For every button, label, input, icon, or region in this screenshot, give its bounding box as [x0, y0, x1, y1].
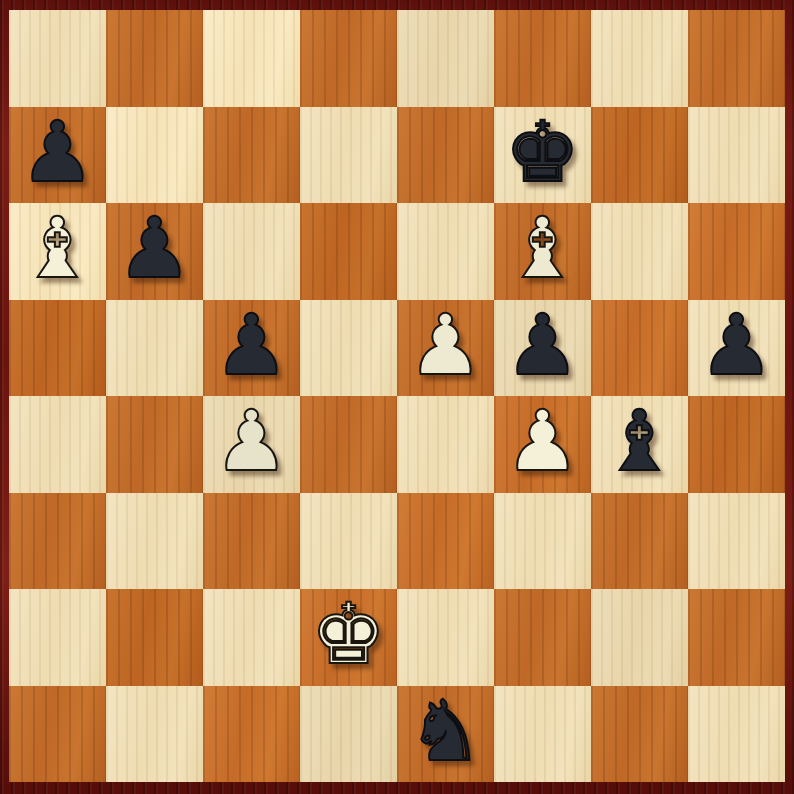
- square-e7[interactable]: [397, 107, 494, 204]
- square-d6[interactable]: [300, 203, 397, 300]
- square-b4[interactable]: [106, 396, 203, 493]
- square-g4[interactable]: ♝: [591, 396, 688, 493]
- square-c4[interactable]: ♟: [203, 396, 300, 493]
- board-frame: ♟♚♝♟♝♟♟♟♟♟♟♝♚♞: [0, 0, 794, 794]
- square-a5[interactable]: [9, 300, 106, 397]
- square-f1[interactable]: [494, 686, 591, 783]
- square-a4[interactable]: [9, 396, 106, 493]
- square-h1[interactable]: [688, 686, 785, 783]
- square-e4[interactable]: [397, 396, 494, 493]
- square-f2[interactable]: [494, 589, 591, 686]
- square-d4[interactable]: [300, 396, 397, 493]
- black-pawn[interactable]: ♟: [505, 303, 580, 387]
- square-e8[interactable]: [397, 10, 494, 107]
- square-c1[interactable]: [203, 686, 300, 783]
- square-c2[interactable]: [203, 589, 300, 686]
- square-h5[interactable]: ♟: [688, 300, 785, 397]
- square-a2[interactable]: [9, 589, 106, 686]
- square-a1[interactable]: [9, 686, 106, 783]
- square-f6[interactable]: ♝: [494, 203, 591, 300]
- black-pawn[interactable]: ♟: [214, 303, 289, 387]
- square-h3[interactable]: [688, 493, 785, 590]
- black-knight[interactable]: ♞: [408, 689, 483, 773]
- square-e2[interactable]: [397, 589, 494, 686]
- square-f3[interactable]: [494, 493, 591, 590]
- white-bishop[interactable]: ♝: [20, 206, 95, 290]
- square-d2[interactable]: ♚: [300, 589, 397, 686]
- square-d7[interactable]: [300, 107, 397, 204]
- square-h7[interactable]: [688, 107, 785, 204]
- square-f5[interactable]: ♟: [494, 300, 591, 397]
- square-b8[interactable]: [106, 10, 203, 107]
- square-b7[interactable]: [106, 107, 203, 204]
- square-f4[interactable]: ♟: [494, 396, 591, 493]
- white-pawn[interactable]: ♟: [408, 303, 483, 387]
- square-c7[interactable]: [203, 107, 300, 204]
- square-a7[interactable]: ♟: [9, 107, 106, 204]
- black-bishop[interactable]: ♝: [602, 399, 677, 483]
- square-c6[interactable]: [203, 203, 300, 300]
- square-d5[interactable]: [300, 300, 397, 397]
- black-pawn[interactable]: ♟: [699, 303, 774, 387]
- square-a3[interactable]: [9, 493, 106, 590]
- square-g8[interactable]: [591, 10, 688, 107]
- square-b2[interactable]: [106, 589, 203, 686]
- white-pawn[interactable]: ♟: [505, 399, 580, 483]
- square-g6[interactable]: [591, 203, 688, 300]
- square-c8[interactable]: [203, 10, 300, 107]
- square-a8[interactable]: [9, 10, 106, 107]
- square-h6[interactable]: [688, 203, 785, 300]
- square-g1[interactable]: [591, 686, 688, 783]
- square-e3[interactable]: [397, 493, 494, 590]
- black-pawn[interactable]: ♟: [20, 110, 95, 194]
- square-h2[interactable]: [688, 589, 785, 686]
- square-g3[interactable]: [591, 493, 688, 590]
- square-d3[interactable]: [300, 493, 397, 590]
- square-h8[interactable]: [688, 10, 785, 107]
- square-h4[interactable]: [688, 396, 785, 493]
- square-e5[interactable]: ♟: [397, 300, 494, 397]
- square-b5[interactable]: [106, 300, 203, 397]
- square-g2[interactable]: [591, 589, 688, 686]
- white-king[interactable]: ♚: [311, 592, 386, 676]
- black-king[interactable]: ♚: [505, 110, 580, 194]
- square-f7[interactable]: ♚: [494, 107, 591, 204]
- square-e1[interactable]: ♞: [397, 686, 494, 783]
- chess-board: ♟♚♝♟♝♟♟♟♟♟♟♝♚♞: [9, 10, 785, 782]
- square-d8[interactable]: [300, 10, 397, 107]
- square-f8[interactable]: [494, 10, 591, 107]
- square-b6[interactable]: ♟: [106, 203, 203, 300]
- black-pawn[interactable]: ♟: [117, 206, 192, 290]
- square-e6[interactable]: [397, 203, 494, 300]
- square-b1[interactable]: [106, 686, 203, 783]
- white-pawn[interactable]: ♟: [214, 399, 289, 483]
- square-c5[interactable]: ♟: [203, 300, 300, 397]
- square-g7[interactable]: [591, 107, 688, 204]
- square-d1[interactable]: [300, 686, 397, 783]
- square-a6[interactable]: ♝: [9, 203, 106, 300]
- square-c3[interactable]: [203, 493, 300, 590]
- white-bishop[interactable]: ♝: [505, 206, 580, 290]
- square-g5[interactable]: [591, 300, 688, 397]
- square-b3[interactable]: [106, 493, 203, 590]
